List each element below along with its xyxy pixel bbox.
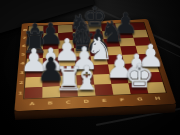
rank-label-8: 8 — [22, 28, 28, 31]
file-label-c: C — [59, 99, 77, 105]
chess-board: ♚♞♟♟♟♟♞♜♛♟♟♞♟♟♟♟♟♟♟♜♝♚ ABCDEFGH12345678 — [14, 19, 176, 111]
file-label-a: A — [23, 100, 41, 106]
file-label-d: D — [77, 98, 95, 104]
square-a1[interactable] — [24, 87, 42, 99]
piece-white-rook-c1[interactable]: ♜ — [49, 62, 89, 95]
square-c1[interactable]: ♜ — [60, 85, 78, 96]
file-label-h: H — [148, 95, 167, 101]
board-frame: ♚♞♟♟♟♟♞♜♛♟♟♞♟♟♟♟♟♟♟♜♝♚ ABCDEFGH12345678 — [14, 19, 176, 111]
game-scene: ♚♞♟♟♟♟♞♜♛♟♟♞♟♟♟♟♟♟♟♜♝♚ ABCDEFGH12345678 — [0, 0, 180, 135]
file-label-e: E — [95, 97, 114, 103]
rank-label-7: 7 — [21, 36, 27, 40]
file-label-f: F — [113, 96, 132, 102]
square-g1[interactable]: ♚ — [129, 82, 149, 93]
board-grid[interactable]: ♚♞♟♟♟♟♞♜♛♟♟♞♟♟♟♟♟♟♟♜♝♚ — [23, 22, 167, 99]
piece-white-king-g1[interactable]: ♚ — [120, 60, 160, 93]
file-label-g: G — [130, 96, 149, 102]
file-label-b: B — [41, 100, 59, 106]
